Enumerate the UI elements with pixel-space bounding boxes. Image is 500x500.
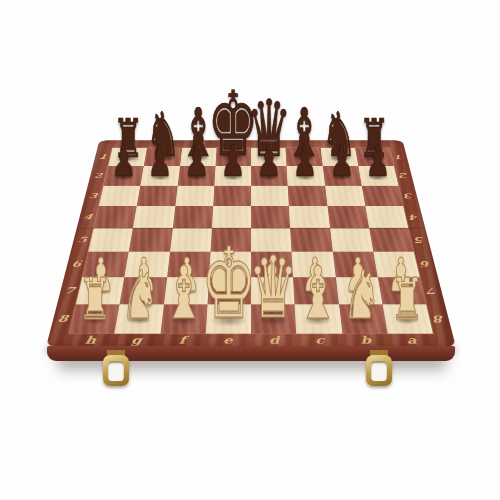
square-d5 <box>251 228 292 252</box>
square-d3 <box>251 185 289 206</box>
square-e7 <box>207 277 251 304</box>
file-label-a: a <box>387 334 436 347</box>
square-a3 <box>361 185 403 206</box>
file-label-d: d <box>251 334 297 347</box>
square-b8 <box>339 304 388 333</box>
file-label-c: c <box>296 334 343 347</box>
square-g2 <box>141 166 180 185</box>
square-b1 <box>320 148 358 166</box>
square-a7 <box>378 277 427 304</box>
square-c5 <box>290 228 332 252</box>
file-label-c: c <box>285 140 320 148</box>
square-a2 <box>358 166 398 185</box>
product-photo: hgfedcba hgfedcba 12345678 12345678 ♜♞♝♚… <box>0 0 500 500</box>
file-label-a: a <box>354 140 390 148</box>
square-a5 <box>369 228 414 252</box>
square-f4 <box>172 206 213 228</box>
left-clasp-hole <box>108 361 124 381</box>
square-f3 <box>175 185 214 206</box>
file-label-b: b <box>319 140 355 148</box>
square-g3 <box>137 185 177 206</box>
square-h3 <box>99 185 141 206</box>
square-h2 <box>104 166 144 185</box>
square-f5 <box>170 228 212 252</box>
square-c1 <box>286 148 323 166</box>
file-labels-near: hgfedcba <box>66 334 436 347</box>
right-brass-clasp <box>366 355 392 386</box>
file-label-e: e <box>216 140 251 148</box>
board-grid <box>69 148 433 334</box>
file-labels-far: hgfedcba <box>112 140 389 148</box>
square-f1 <box>180 148 217 166</box>
square-h1 <box>108 148 147 166</box>
square-a4 <box>365 206 408 228</box>
square-c8 <box>295 304 342 333</box>
square-e5 <box>210 228 251 252</box>
square-g7 <box>120 277 167 304</box>
square-g4 <box>133 206 175 228</box>
square-e2 <box>214 166 251 185</box>
square-d1 <box>251 148 287 166</box>
fold-seam <box>79 228 423 229</box>
square-h7 <box>76 277 125 304</box>
square-b6 <box>332 252 377 277</box>
square-g6 <box>124 252 169 277</box>
square-h8 <box>69 304 120 333</box>
square-d2 <box>251 166 288 185</box>
square-g8 <box>115 304 164 333</box>
chess-board: hgfedcba hgfedcba 12345678 12345678 <box>46 140 456 347</box>
square-g5 <box>129 228 172 252</box>
square-b3 <box>325 185 365 206</box>
square-f6 <box>167 252 211 277</box>
square-f7 <box>163 277 208 304</box>
square-c4 <box>289 206 330 228</box>
square-c2 <box>287 166 325 185</box>
square-e6 <box>209 252 251 277</box>
square-f2 <box>177 166 215 185</box>
square-h4 <box>94 206 137 228</box>
square-c3 <box>288 185 327 206</box>
square-e8 <box>206 304 251 333</box>
square-b7 <box>335 277 382 304</box>
square-b5 <box>330 228 373 252</box>
file-label-g: g <box>112 334 160 347</box>
square-c6 <box>292 252 336 277</box>
square-e3 <box>213 185 251 206</box>
square-e1 <box>215 148 251 166</box>
square-c7 <box>293 277 338 304</box>
left-brass-clasp <box>103 355 129 386</box>
file-label-e: e <box>205 334 251 347</box>
square-h6 <box>82 252 129 277</box>
file-label-g: g <box>147 140 183 148</box>
square-a8 <box>382 304 433 333</box>
square-a1 <box>355 148 394 166</box>
square-e4 <box>212 206 251 228</box>
square-d8 <box>251 304 296 333</box>
right-clasp-hole <box>371 361 387 381</box>
square-g1 <box>144 148 182 166</box>
board-scene: hgfedcba hgfedcba 12345678 12345678 <box>46 0 456 347</box>
file-label-b: b <box>342 334 390 347</box>
file-label-h: h <box>112 140 148 148</box>
square-b4 <box>327 206 369 228</box>
file-label-f: f <box>159 334 206 347</box>
square-b2 <box>322 166 361 185</box>
square-d6 <box>251 252 293 277</box>
square-f8 <box>160 304 207 333</box>
square-h5 <box>88 228 133 252</box>
square-d7 <box>251 277 295 304</box>
file-label-d: d <box>251 140 286 148</box>
file-label-h: h <box>66 334 115 347</box>
square-a6 <box>373 252 420 277</box>
square-d4 <box>251 206 290 228</box>
file-label-f: f <box>182 140 217 148</box>
